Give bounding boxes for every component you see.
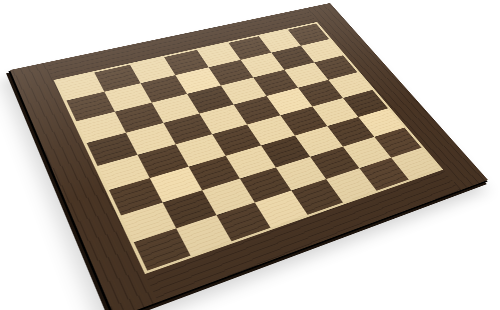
product-photo (0, 0, 500, 310)
chess-board (10, 3, 488, 310)
